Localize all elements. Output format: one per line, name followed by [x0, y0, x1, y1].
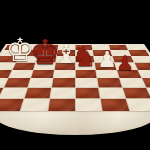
red-knight[interactable]: ♞	[71, 43, 96, 71]
chess-photo-scene: ♚♚♝♞♟♟	[0, 0, 150, 150]
pieces-layer: ♚♚♝♞♟♟	[0, 0, 150, 150]
red-pawn[interactable]: ♟	[116, 53, 134, 73]
white-pawn[interactable]: ♟	[97, 49, 117, 71]
